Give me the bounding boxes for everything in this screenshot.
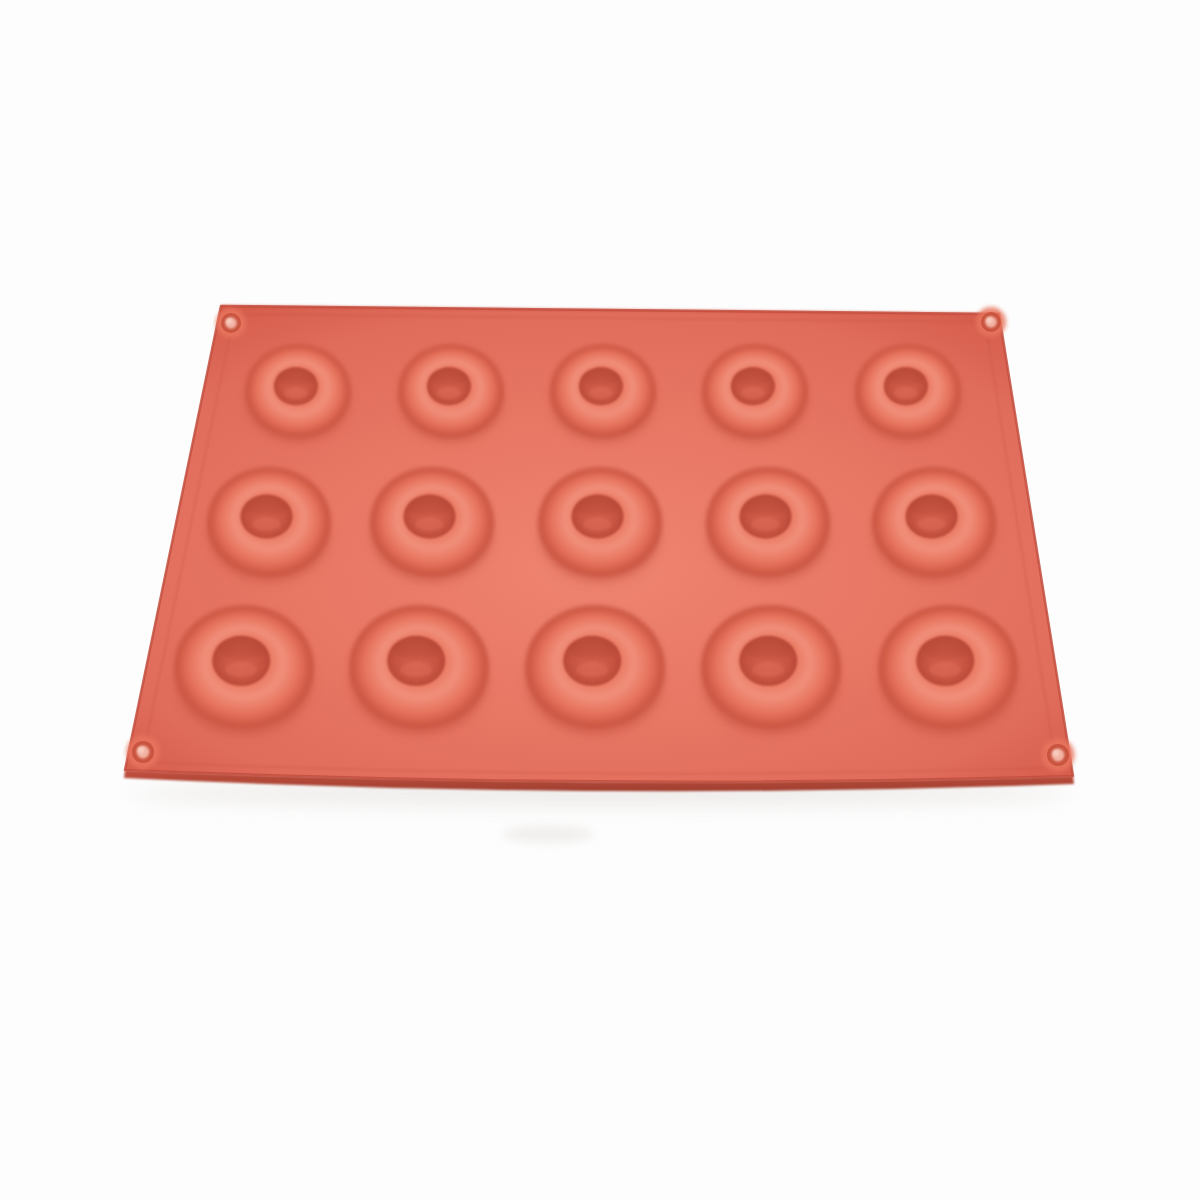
product-photo bbox=[0, 0, 1200, 1200]
donut-hole-lip-shadow bbox=[278, 370, 313, 385]
donut-hole-lip-shadow bbox=[735, 370, 770, 385]
donut-cavity-r2c4 bbox=[706, 467, 830, 583]
donut-cavity-r3c5 bbox=[878, 605, 1018, 735]
donut-hole-lip-shadow bbox=[431, 370, 466, 385]
donut-hole-lip-shadow bbox=[218, 640, 264, 660]
donut-hole-inner-light bbox=[576, 662, 608, 677]
donut-cavity-r2c2 bbox=[370, 467, 494, 583]
corner-hole-top-right bbox=[976, 307, 1006, 337]
corner-hole-bottom-right bbox=[1042, 739, 1075, 772]
donut-cavity-r2c5 bbox=[872, 467, 996, 583]
donut-hole-lip-shadow bbox=[911, 498, 953, 516]
donut-hole-inner-light bbox=[437, 387, 461, 398]
corner-hole-glint bbox=[1053, 750, 1060, 757]
donut-hole-inner-light bbox=[225, 662, 257, 677]
donut-hole-inner-light bbox=[415, 518, 444, 531]
donut-hole-inner-light bbox=[929, 662, 961, 677]
donut-hole-inner-light bbox=[252, 518, 281, 531]
donut-cavity-r3c2 bbox=[349, 605, 489, 735]
donut-cavity-r3c4 bbox=[701, 605, 841, 735]
donut-hole-inner-light bbox=[741, 387, 765, 398]
donut-cavity-r2c1 bbox=[207, 467, 331, 583]
donut-hole-inner-light bbox=[589, 387, 613, 398]
donut-hole-inner-light bbox=[284, 387, 308, 398]
corner-hole-glint bbox=[226, 318, 232, 324]
donut-hole-inner-light bbox=[917, 518, 946, 531]
smudge-shadow bbox=[502, 825, 594, 843]
donut-cavity-r1c2 bbox=[398, 344, 504, 443]
donut-cavity-r3c1 bbox=[174, 605, 314, 735]
corner-hole-bottom-left bbox=[127, 736, 160, 769]
donut-cavity-r1c1 bbox=[245, 344, 351, 443]
donut-cavity-r1c4 bbox=[702, 344, 808, 443]
donut-hole-lip-shadow bbox=[569, 640, 615, 660]
donut-hole-inner-light bbox=[583, 518, 612, 531]
donut-cavity-r2c3 bbox=[538, 467, 662, 583]
donut-mold-illustration bbox=[0, 0, 1200, 1200]
donut-hole-inner-light bbox=[751, 518, 780, 531]
corner-hole-top-left bbox=[216, 308, 246, 338]
donut-cavity-r3c3 bbox=[525, 605, 665, 735]
donut-hole-lip-shadow bbox=[577, 498, 619, 516]
donut-cavity-r1c5 bbox=[855, 344, 961, 443]
donut-cavity-r1c3 bbox=[550, 344, 656, 443]
donut-hole-lip-shadow bbox=[745, 498, 787, 516]
donut-hole-inner-light bbox=[752, 662, 784, 677]
donut-hole-lip-shadow bbox=[583, 370, 618, 385]
donut-hole-lip-shadow bbox=[888, 370, 923, 385]
corner-hole-glint bbox=[138, 747, 145, 754]
donut-hole-lip-shadow bbox=[393, 640, 439, 660]
donut-hole-lip-shadow bbox=[409, 498, 451, 516]
donut-hole-lip-shadow bbox=[745, 640, 791, 660]
donut-hole-inner-light bbox=[894, 387, 918, 398]
donut-hole-lip-shadow bbox=[922, 640, 968, 660]
donut-hole-lip-shadow bbox=[246, 498, 288, 516]
corner-hole-glint bbox=[986, 317, 992, 323]
donut-hole-inner-light bbox=[400, 662, 432, 677]
